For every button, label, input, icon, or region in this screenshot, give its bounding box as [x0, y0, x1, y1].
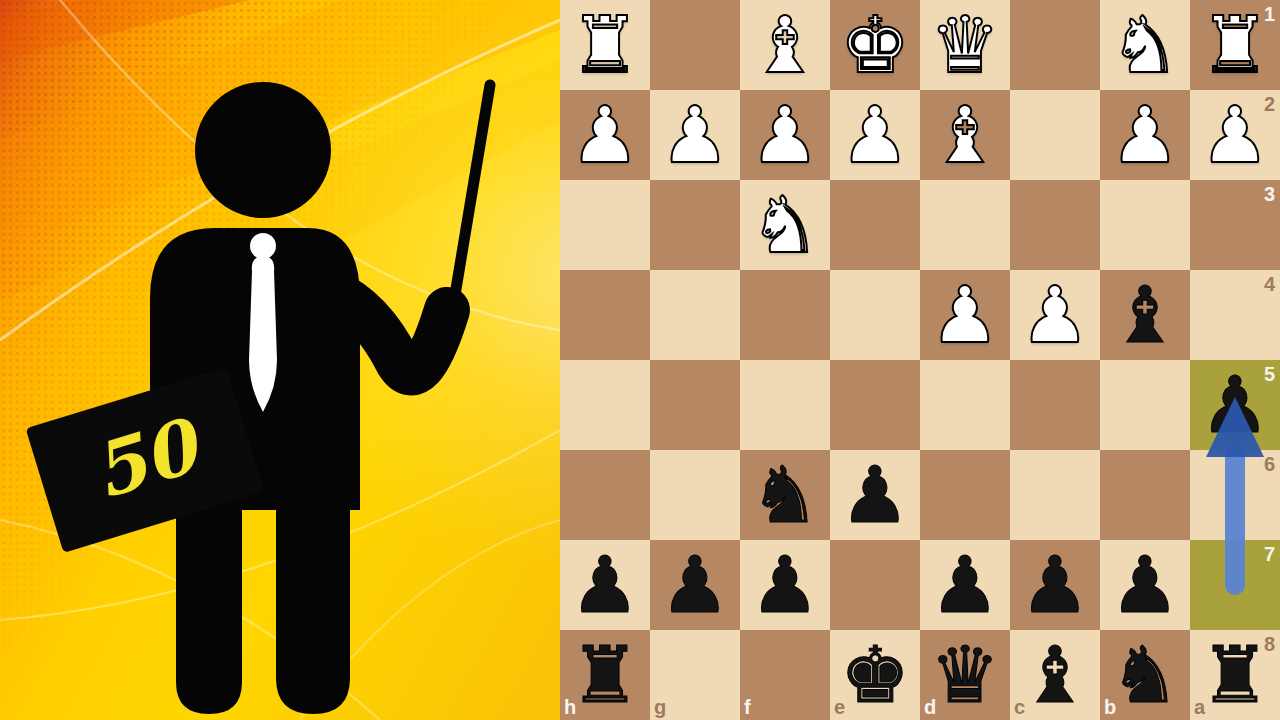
square-f8[interactable]: f	[740, 630, 830, 720]
white-pawn: ♟	[1010, 270, 1100, 360]
square-c1[interactable]	[1010, 0, 1100, 90]
tie-blade	[249, 256, 277, 412]
rank-label-2: 2	[1264, 94, 1275, 114]
square-d6[interactable]	[920, 450, 1010, 540]
square-h5[interactable]	[560, 360, 650, 450]
white-knight: ♞	[1100, 0, 1190, 90]
square-h1[interactable]: ♜	[560, 0, 650, 90]
square-e2[interactable]: ♟	[830, 90, 920, 180]
square-a3[interactable]: 3	[1190, 180, 1280, 270]
rank-label-1: 1	[1264, 4, 1275, 24]
black-knight: ♞	[740, 450, 830, 540]
square-b2[interactable]: ♟	[1100, 90, 1190, 180]
square-b8[interactable]: ♞b	[1100, 630, 1190, 720]
file-label-a: a	[1194, 697, 1205, 717]
square-d7[interactable]: ♟	[920, 540, 1010, 630]
square-h2[interactable]: ♟	[560, 90, 650, 180]
file-label-b: b	[1104, 697, 1116, 717]
white-bishop: ♝	[740, 0, 830, 90]
square-c4[interactable]: ♟	[1010, 270, 1100, 360]
square-b6[interactable]	[1100, 450, 1190, 540]
square-c7[interactable]: ♟	[1010, 540, 1100, 630]
file-label-h: h	[564, 697, 576, 717]
square-e4[interactable]	[830, 270, 920, 360]
left-leg	[176, 498, 242, 714]
rank-label-5: 5	[1264, 364, 1275, 384]
head	[195, 82, 331, 218]
square-d4[interactable]: ♟	[920, 270, 1010, 360]
square-c8[interactable]: ♝c	[1010, 630, 1100, 720]
square-h4[interactable]	[560, 270, 650, 360]
rank-label-3: 3	[1264, 184, 1275, 204]
square-d5[interactable]	[920, 360, 1010, 450]
square-b7[interactable]: ♟	[1100, 540, 1190, 630]
white-pawn: ♟	[920, 270, 1010, 360]
square-a6[interactable]: 6	[1190, 450, 1280, 540]
square-a5[interactable]: ♟5	[1190, 360, 1280, 450]
rank-label-6: 6	[1264, 454, 1275, 474]
tie-knot	[250, 233, 276, 259]
square-e1[interactable]: ♚	[830, 0, 920, 90]
rank-label-8: 8	[1264, 634, 1275, 654]
black-pawn: ♟	[560, 540, 650, 630]
square-f6[interactable]: ♞	[740, 450, 830, 540]
square-e5[interactable]	[830, 360, 920, 450]
board-panel: ♜♝♚♛♞♜1♟♟♟♟♝♟♟2♞3♟♟♝4♟5♞♟6♟♟♟♟♟♟7♜hgf♚e♛…	[560, 0, 1280, 720]
square-a1[interactable]: ♜1	[1190, 0, 1280, 90]
file-label-g: g	[654, 697, 666, 717]
file-label-f: f	[744, 697, 751, 717]
square-d1[interactable]: ♛	[920, 0, 1010, 90]
square-c5[interactable]	[1010, 360, 1100, 450]
square-f2[interactable]: ♟	[740, 90, 830, 180]
white-pawn: ♟	[1100, 90, 1190, 180]
square-d8[interactable]: ♛d	[920, 630, 1010, 720]
square-h7[interactable]: ♟	[560, 540, 650, 630]
square-f5[interactable]	[740, 360, 830, 450]
right-leg	[276, 498, 350, 714]
square-g4[interactable]	[650, 270, 740, 360]
square-f7[interactable]: ♟	[740, 540, 830, 630]
square-a8[interactable]: ♜a8	[1190, 630, 1280, 720]
square-e6[interactable]: ♟	[830, 450, 920, 540]
black-pawn: ♟	[920, 540, 1010, 630]
square-a2[interactable]: ♟2	[1190, 90, 1280, 180]
square-d2[interactable]: ♝	[920, 90, 1010, 180]
square-e3[interactable]	[830, 180, 920, 270]
rank-label-4: 4	[1264, 274, 1275, 294]
white-bishop: ♝	[920, 90, 1010, 180]
black-pawn: ♟	[1010, 540, 1100, 630]
square-c6[interactable]	[1010, 450, 1100, 540]
black-pawn: ♟	[650, 540, 740, 630]
square-g7[interactable]: ♟	[650, 540, 740, 630]
square-h6[interactable]	[560, 450, 650, 540]
orange-beam	[0, 0, 250, 60]
teacher-figure: 50	[0, 0, 560, 720]
square-f3[interactable]: ♞	[740, 180, 830, 270]
file-label-d: d	[924, 697, 936, 717]
square-b3[interactable]	[1100, 180, 1190, 270]
black-pawn: ♟	[740, 540, 830, 630]
lesson-thumbnail: 50	[0, 0, 560, 720]
white-knight: ♞	[740, 180, 830, 270]
square-b4[interactable]: ♝	[1100, 270, 1190, 360]
square-g8[interactable]: g	[650, 630, 740, 720]
square-h8[interactable]: ♜h	[560, 630, 650, 720]
square-g1[interactable]	[650, 0, 740, 90]
file-label-c: c	[1014, 697, 1025, 717]
square-a7[interactable]: 7	[1190, 540, 1280, 630]
square-g5[interactable]	[650, 360, 740, 450]
white-pawn: ♟	[740, 90, 830, 180]
square-c3[interactable]	[1010, 180, 1100, 270]
square-b1[interactable]: ♞	[1100, 0, 1190, 90]
white-pawn: ♟	[560, 90, 650, 180]
square-g2[interactable]: ♟	[650, 90, 740, 180]
white-queen: ♛	[920, 0, 1010, 90]
black-bishop: ♝	[1100, 270, 1190, 360]
square-a4[interactable]: 4	[1190, 270, 1280, 360]
square-g6[interactable]	[650, 450, 740, 540]
white-pawn: ♟	[650, 90, 740, 180]
chess-board[interactable]: ♜♝♚♛♞♜1♟♟♟♟♝♟♟2♞3♟♟♝4♟5♞♟6♟♟♟♟♟♟7♜hgf♚e♛…	[560, 0, 1280, 720]
square-f1[interactable]: ♝	[740, 0, 830, 90]
white-pawn: ♟	[830, 90, 920, 180]
square-e7[interactable]	[830, 540, 920, 630]
square-e8[interactable]: ♚e	[830, 630, 920, 720]
square-f4[interactable]	[740, 270, 830, 360]
black-pawn: ♟	[830, 450, 920, 540]
square-g3[interactable]	[650, 180, 740, 270]
square-c2[interactable]	[1010, 90, 1100, 180]
square-b5[interactable]	[1100, 360, 1190, 450]
square-d3[interactable]	[920, 180, 1010, 270]
black-pawn: ♟	[1100, 540, 1190, 630]
white-rook: ♜	[560, 0, 650, 90]
rank-label-7: 7	[1264, 544, 1275, 564]
white-king: ♚	[830, 0, 920, 90]
file-label-e: e	[834, 697, 845, 717]
square-h3[interactable]	[560, 180, 650, 270]
screenshot-stage: 50 ♜♝♚♛♞♜1♟♟♟♟♝♟♟2♞3♟♟♝4♟5♞♟6♟♟♟♟♟♟7♜hgf…	[0, 0, 1280, 720]
